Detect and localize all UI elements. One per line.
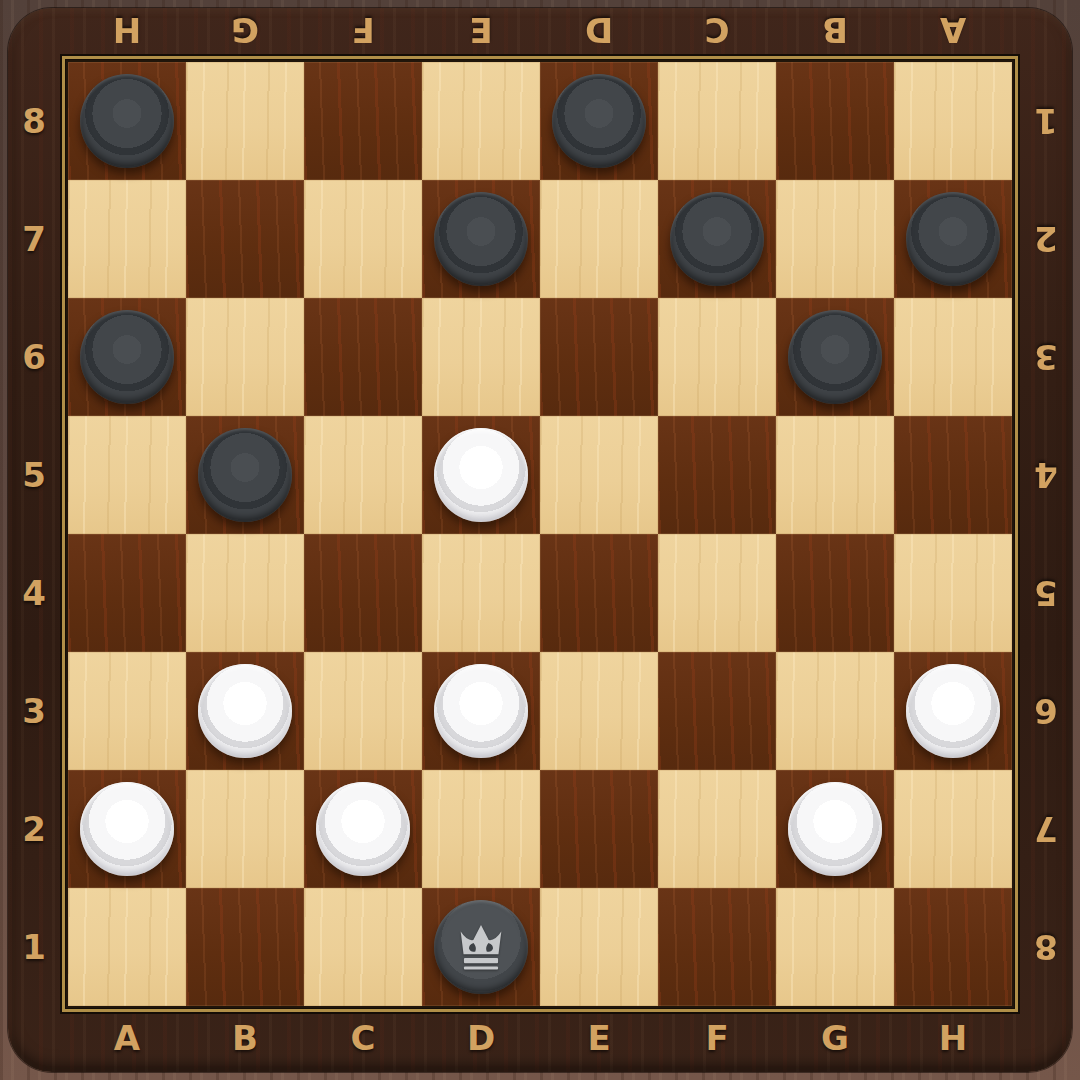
- square-c7[interactable]: [304, 180, 422, 298]
- square-h8[interactable]: [894, 62, 1012, 180]
- square-c1[interactable]: [304, 888, 422, 1006]
- square-c8[interactable]: [304, 62, 422, 180]
- square-a3[interactable]: [68, 652, 186, 770]
- square-e6[interactable]: [540, 298, 658, 416]
- square-d3[interactable]: [422, 652, 540, 770]
- file-label-top-f: F: [304, 6, 422, 54]
- square-a1[interactable]: [68, 888, 186, 1006]
- piece-black-man-h7[interactable]: [906, 192, 1000, 286]
- square-g8[interactable]: [776, 62, 894, 180]
- file-label-top-a: A: [894, 6, 1012, 54]
- crown-icon: [455, 921, 507, 973]
- rank-label-left-5: 5: [9, 416, 59, 534]
- square-f4[interactable]: [658, 534, 776, 652]
- square-h3[interactable]: [894, 652, 1012, 770]
- square-c5[interactable]: [304, 416, 422, 534]
- rank-label-right-8: 8: [1021, 888, 1071, 1006]
- file-label-top-e: E: [422, 6, 540, 54]
- rank-label-left-6: 6: [9, 298, 59, 416]
- piece-white-man-d3[interactable]: [434, 664, 528, 758]
- square-f2[interactable]: [658, 770, 776, 888]
- file-label-top-h: H: [68, 6, 186, 54]
- square-c4[interactable]: [304, 534, 422, 652]
- square-b5[interactable]: [186, 416, 304, 534]
- rank-label-left-1: 1: [9, 888, 59, 1006]
- piece-black-man-g6[interactable]: [788, 310, 882, 404]
- piece-white-man-d5[interactable]: [434, 428, 528, 522]
- square-f1[interactable]: [658, 888, 776, 1006]
- piece-black-man-b5[interactable]: [198, 428, 292, 522]
- square-e5[interactable]: [540, 416, 658, 534]
- piece-white-man-b3[interactable]: [198, 664, 292, 758]
- square-c3[interactable]: [304, 652, 422, 770]
- square-g7[interactable]: [776, 180, 894, 298]
- piece-black-man-a8[interactable]: [80, 74, 174, 168]
- square-h6[interactable]: [894, 298, 1012, 416]
- square-a7[interactable]: [68, 180, 186, 298]
- square-f5[interactable]: [658, 416, 776, 534]
- square-d2[interactable]: [422, 770, 540, 888]
- piece-black-man-d7[interactable]: [434, 192, 528, 286]
- piece-black-man-a6[interactable]: [80, 310, 174, 404]
- square-e3[interactable]: [540, 652, 658, 770]
- square-d5[interactable]: [422, 416, 540, 534]
- square-b7[interactable]: [186, 180, 304, 298]
- square-d7[interactable]: [422, 180, 540, 298]
- square-h4[interactable]: [894, 534, 1012, 652]
- square-b2[interactable]: [186, 770, 304, 888]
- rank-label-right-5: 5: [1021, 534, 1071, 652]
- square-e2[interactable]: [540, 770, 658, 888]
- piece-white-man-g2[interactable]: [788, 782, 882, 876]
- piece-white-man-a2[interactable]: [80, 782, 174, 876]
- square-f6[interactable]: [658, 298, 776, 416]
- rank-label-right-1: 1: [1021, 62, 1071, 180]
- piece-black-man-f7[interactable]: [670, 192, 764, 286]
- checkers-app: { "game": "checkers (8x8 international-s…: [0, 0, 1080, 1080]
- square-a6[interactable]: [68, 298, 186, 416]
- piece-black-king-d1[interactable]: [434, 900, 528, 994]
- rank-label-left-3: 3: [9, 652, 59, 770]
- square-f7[interactable]: [658, 180, 776, 298]
- file-label-bottom-a: A: [68, 1014, 186, 1062]
- square-b3[interactable]: [186, 652, 304, 770]
- square-a8[interactable]: [68, 62, 186, 180]
- rank-label-right-3: 3: [1021, 298, 1071, 416]
- file-label-bottom-h: H: [894, 1014, 1012, 1062]
- checkers-board: [68, 62, 1012, 1006]
- square-g6[interactable]: [776, 298, 894, 416]
- file-label-top-c: C: [658, 6, 776, 54]
- file-label-bottom-e: E: [540, 1014, 658, 1062]
- rank-label-left-7: 7: [9, 180, 59, 298]
- rank-label-right-2: 2: [1021, 180, 1071, 298]
- rank-label-right-6: 6: [1021, 652, 1071, 770]
- file-label-bottom-g: G: [776, 1014, 894, 1062]
- square-e7[interactable]: [540, 180, 658, 298]
- square-g4[interactable]: [776, 534, 894, 652]
- rank-label-left-2: 2: [9, 770, 59, 888]
- piece-black-man-e8[interactable]: [552, 74, 646, 168]
- square-b6[interactable]: [186, 298, 304, 416]
- square-d8[interactable]: [422, 62, 540, 180]
- square-g3[interactable]: [776, 652, 894, 770]
- square-a4[interactable]: [68, 534, 186, 652]
- square-e1[interactable]: [540, 888, 658, 1006]
- piece-white-man-h3[interactable]: [906, 664, 1000, 758]
- square-e8[interactable]: [540, 62, 658, 180]
- file-label-bottom-d: D: [422, 1014, 540, 1062]
- square-g1[interactable]: [776, 888, 894, 1006]
- square-f8[interactable]: [658, 62, 776, 180]
- square-a2[interactable]: [68, 770, 186, 888]
- square-b1[interactable]: [186, 888, 304, 1006]
- rank-label-left-4: 4: [9, 534, 59, 652]
- rank-label-left-8: 8: [9, 62, 59, 180]
- square-g5[interactable]: [776, 416, 894, 534]
- square-a5[interactable]: [68, 416, 186, 534]
- square-h1[interactable]: [894, 888, 1012, 1006]
- rank-label-right-7: 7: [1021, 770, 1071, 888]
- file-label-bottom-c: C: [304, 1014, 422, 1062]
- square-b8[interactable]: [186, 62, 304, 180]
- square-b4[interactable]: [186, 534, 304, 652]
- square-d1[interactable]: [422, 888, 540, 1006]
- file-label-top-g: G: [186, 6, 304, 54]
- square-e4[interactable]: [540, 534, 658, 652]
- square-f3[interactable]: [658, 652, 776, 770]
- square-h2[interactable]: [894, 770, 1012, 888]
- square-c2[interactable]: [304, 770, 422, 888]
- file-label-bottom-f: F: [658, 1014, 776, 1062]
- piece-white-man-c2[interactable]: [316, 782, 410, 876]
- square-d6[interactable]: [422, 298, 540, 416]
- board-border: [62, 56, 1018, 1012]
- square-c6[interactable]: [304, 298, 422, 416]
- file-label-bottom-b: B: [186, 1014, 304, 1062]
- rank-label-right-4: 4: [1021, 416, 1071, 534]
- square-d4[interactable]: [422, 534, 540, 652]
- square-h5[interactable]: [894, 416, 1012, 534]
- file-label-top-b: B: [776, 6, 894, 54]
- file-label-top-d: D: [540, 6, 658, 54]
- square-g2[interactable]: [776, 770, 894, 888]
- square-h7[interactable]: [894, 180, 1012, 298]
